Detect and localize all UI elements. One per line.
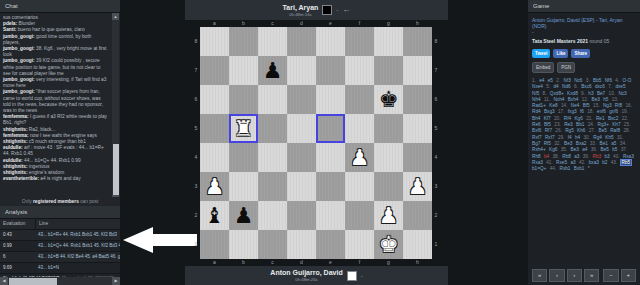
square-a4 [200,143,229,172]
analysis-header: Analysis [0,206,120,219]
move[interactable]: Rg4 [593,135,602,140]
chat-message: femfemma: I guess if a3 Rf2 white needs … [3,114,108,126]
current-move[interactable]: Rb5 [621,160,632,165]
white-pawn-h3: ♟ [408,172,428,201]
nav-last-button[interactable]: » [584,269,599,282]
black-pawn-c7: ♟ [263,56,283,85]
move[interactable]: a3 [570,160,575,165]
chat-scrollbar-thumb[interactable] [113,144,119,195]
square-e4 [316,143,345,172]
chess-board: ♟♚♜♟♟♟♝♟♟♚ [200,27,432,259]
chat-footer-pre: Only [22,199,33,204]
chat-scrollbar[interactable]: ▲ ▼ [112,13,119,202]
move-number: 36. [591,147,598,152]
file-label-h: h [403,259,432,266]
move[interactable]: a4 [582,147,587,152]
square-a3: ♟ [200,172,229,201]
move[interactable]: f4 [568,135,572,140]
move-number: 31. [617,135,624,140]
move[interactable]: Raf8 [610,128,620,133]
chat-message: jumbo_googi: 38. Kg6 , very bright move … [3,46,108,58]
square-d7 [287,56,316,85]
game-header: Game [528,0,640,13]
nav-prev-button[interactable]: ‹ [549,269,564,282]
square-b8 [229,27,258,56]
chat-footer-post: can post [79,199,98,204]
scroll-up-icon[interactable]: ▲ [112,13,119,20]
analysis-scrollbar-thumb[interactable] [9,278,57,285]
move[interactable]: Rxe5 [556,160,567,165]
move[interactable]: O-O [623,78,632,83]
move[interactable]: dxc6 [595,84,605,89]
move-navigation: «‹›»−+ [532,269,636,282]
square-h1 [403,230,432,259]
move[interactable]: Bxf6 [532,128,541,133]
file-label-c: c [258,20,287,27]
evaluation-column-header: Evaluation [0,219,36,229]
move[interactable]: Bg7 [532,141,540,146]
move-number: 21. [586,116,593,121]
move[interactable]: Ng3 [603,103,612,108]
event-name: Tata Steel Masters 2021 round 05 [532,38,636,45]
square-f6 [345,85,374,114]
move-number: 41. [546,160,553,165]
nav-next-button[interactable]: › [567,269,582,282]
square-b4 [229,143,258,172]
square-a8 [200,27,229,56]
pgn-button[interactable]: PGN [557,62,575,73]
move[interactable]: Rad1+ [532,103,546,108]
board-column: Tari, Aryan 0h:48m:16s - ← abcdefgh 8765… [185,0,448,285]
chat-header: Chat [0,0,120,13]
square-g3 [374,172,403,201]
move[interactable]: fxg3 [568,109,577,114]
move-number: 1. [532,78,536,83]
square-h7 [403,56,432,85]
chat-message: evantheterrible: a4 is night and day [3,176,108,182]
move-number: 4. [615,78,619,83]
rank-label-3: 3 [432,172,440,201]
square-g2: ♟ [374,201,403,230]
square-c6 [258,85,287,114]
rank-label-7: 7 [432,56,440,85]
move[interactable]: b5 [612,147,617,152]
move[interactable]: exf6 [597,109,606,114]
move[interactable]: e4 [539,78,544,83]
move[interactable]: d4 [554,84,559,89]
move-number: 44. [550,166,557,171]
square-a6 [200,85,229,114]
square-g6: ♚ [374,85,403,114]
move[interactable]: b3 [605,154,610,159]
nav-first-button[interactable]: « [532,269,547,282]
rank-label-5: 5 [192,114,200,143]
move[interactable]: Be3 [592,97,600,102]
move-number: 8. [543,91,547,96]
move-number: 15. [593,103,600,108]
move[interactable]: Rxf7 [532,135,542,140]
back-arrow-icon[interactable]: ← [342,5,350,15]
square-c7: ♟ [258,56,287,85]
bottom-player-name: Anton Guijarro, David [270,269,342,277]
white-pawn-f4: ♟ [350,143,370,172]
square-b2: ♟ [229,201,258,230]
move[interactable]: Rd4 [532,109,541,114]
black-pawn-b2: ♟ [234,201,254,230]
square-b6 [229,85,258,114]
square-a2: ♝ [200,201,229,230]
analysis-row[interactable]: 643... b1=B 44. Kf2 Be4 45. a4 Bad5 46. … [0,252,120,263]
move-number: 32. [554,141,561,146]
move-number: 17. [558,109,565,114]
move[interactable]: Nf5 [532,91,539,96]
analysis-scrollbar[interactable]: ◀ ▶ [0,277,120,285]
move[interactable]: Ke8 [549,103,557,108]
square-f3 [345,172,374,201]
move[interactable]: b4 [544,154,549,159]
square-b7 [229,56,258,85]
file-label-g: g [374,20,403,27]
bottom-result-dash: - [361,273,363,279]
move[interactable]: Rh8 [532,154,541,159]
like-button[interactable]: Like [553,49,568,58]
move-number: 43. [611,160,618,165]
move[interactable]: bxa3 [589,160,599,165]
move[interactable]: h4 [575,135,580,140]
move[interactable]: b2 [602,160,607,165]
move[interactable]: b1=Q+ [532,166,546,171]
rank-label-5: 5 [432,114,440,143]
square-g4 [374,143,403,172]
rank-label-4: 4 [192,143,200,172]
square-d5 [287,114,316,143]
square-g8 [374,27,403,56]
square-a7 [200,56,229,85]
move[interactable]: Rxf7 [545,135,555,140]
engine-line-moves: 43... b1=R+ 44. Rxb1 Bxb1 45. Kf2 Bd3 [35,230,117,240]
move-number: 2. [556,78,560,83]
move[interactable]: Nc6 [574,78,582,83]
move-number: 25. [624,122,631,127]
square-d8 [287,27,316,56]
white-pawn-g2: ♟ [379,201,399,230]
chat-panel: Chat sus comentariospdela: BlunderSanti:… [0,0,120,206]
square-b1 [229,230,258,259]
move[interactable]: Bxb1 [574,166,585,171]
move[interactable]: Re1 [596,116,605,121]
share-button[interactable]: Share [571,49,590,58]
evaluation-value: 0.43 [0,230,35,240]
result-marker: * [588,166,590,171]
move[interactable]: Rxa3 [623,154,634,159]
evaluation-value: 9.69 [0,263,35,273]
file-label-h: h [403,20,432,27]
move[interactable]: Rb8 [562,154,571,159]
evaluation-value: 6 [0,252,35,262]
black-color-icon [322,5,332,15]
square-d4 [287,143,316,172]
square-f1 [345,230,374,259]
move[interactable]: Nxh4 [553,97,564,102]
square-c3 [258,172,287,201]
black-king-g6: ♚ [379,85,399,114]
move[interactable]: Nh4 [532,97,541,102]
move-number: 27. [589,128,596,133]
analysis-panel: Analysis Evaluation Line 0.4343... b1=R+… [0,206,120,285]
analysis-row[interactable]: 9.6943... b1=N [0,263,120,274]
move[interactable]: Rf7 [545,128,552,133]
move-number: 35. [561,147,568,152]
move[interactable]: Nxe4 [532,84,543,89]
square-g5 [374,114,403,143]
move-number: 42. [579,160,586,165]
top-player-bar: Tari, Aryan 0h:48m:16s - ← [185,0,448,20]
file-label-b: b [229,259,258,266]
file-label-a: a [200,259,229,266]
top-player-clock: 0h:48m:16s [289,12,311,17]
move-number: 37. [621,147,628,152]
move-number: 22. [622,116,629,121]
move[interactable]: Rg3+ [598,122,609,127]
move[interactable]: Bb1 [576,122,584,127]
move-number: 12. [582,97,589,102]
square-e7 [316,56,345,85]
file-label-f: f [345,20,374,27]
square-e6 [316,85,345,114]
square-c5 [258,114,287,143]
move[interactable]: Nf6 [605,78,612,83]
move[interactable]: Kf7 [544,116,551,121]
game-result: - [532,29,636,36]
move[interactable]: f6 [580,109,584,114]
square-g1: ♚ [374,230,403,259]
move-number: 14. [561,103,568,108]
square-a1 [200,230,229,259]
analysis-column-headers: Evaluation Line [0,219,120,230]
square-e2 [316,201,345,230]
square-h8 [403,27,432,56]
rank-label-8: 8 [432,27,440,56]
move[interactable]: h5 [603,97,608,102]
rank-label-2: 2 [192,201,200,230]
game-panel: Game Anton Guijarro, David (ESP) - Tari,… [528,0,640,285]
move[interactable]: Bxg3 [544,109,555,114]
analysis-row[interactable]: 0.9943... b1=Q+ 44. Rxb1 Bxb1 45. Kf2 Bd… [0,241,120,252]
move[interactable]: Kh5 [605,135,613,140]
chat-footer: Only registered members can post [0,197,120,206]
line-column-header: Line [36,219,48,229]
move[interactable]: Be5 [599,128,607,133]
rank-label-4: 4 [432,143,440,172]
square-e5 [316,114,345,143]
nav-plus-button[interactable]: + [621,269,636,282]
move[interactable]: Rf8 [615,103,622,108]
move[interactable]: Qxd8+ [550,91,564,96]
move-number: 16. [625,103,632,108]
move[interactable]: gxf6 [609,109,618,114]
square-f5 [345,114,374,143]
square-e3 [316,172,345,201]
move-number: 24. [588,122,595,127]
square-h6 [403,85,432,114]
move[interactable]: a5 [611,141,616,146]
square-e1 [316,230,345,259]
rank-labels-left: 87654321 [192,27,200,259]
rank-label-3: 3 [192,172,200,201]
move-number: 10. [609,91,616,96]
move-number: 11. [544,97,550,102]
square-d1 [287,230,316,259]
move[interactable]: Bf5 [544,122,551,127]
move[interactable]: Ne4 [571,103,580,108]
square-a5 [200,114,229,143]
move[interactable]: Nc3 [618,91,626,96]
rank-label-1: 1 [432,230,440,259]
move[interactable]: Nd6 [562,84,571,89]
file-labels-top: abcdefgh [192,20,440,27]
square-b3 [229,172,258,201]
move-number: 38. [552,154,559,159]
chat-footer-strong: registered members [33,199,79,204]
rank-label-6: 6 [192,85,200,114]
evaluation-value: 0.99 [0,241,35,251]
move[interactable]: Rb3 [593,154,602,159]
move-number: 3. [586,78,590,83]
move[interactable]: dxe5 [615,84,625,89]
square-f7 [345,56,374,85]
move[interactable]: Rf4 [564,116,571,121]
scroll-right-icon[interactable]: ▶ [112,277,120,285]
white-color-icon [347,271,357,281]
move[interactable]: Rg5 [565,128,574,133]
rank-label-2: 2 [432,201,440,230]
move[interactable]: Be3 [564,141,572,146]
move-number: 19. [621,109,628,114]
move[interactable]: e5 [548,78,553,83]
move-number: 18. [587,109,594,114]
file-label-b: b [229,20,258,27]
left-column: Chat sus comentariospdela: BlunderSanti:… [0,0,120,285]
square-f2 [345,201,374,230]
move[interactable]: Kh7 [612,122,620,127]
move[interactable]: Kxd8 [567,91,578,96]
move-number: 30. [584,135,591,140]
embed-button[interactable]: Embed [532,62,554,73]
file-label-d: d [287,259,316,266]
file-label-g: g [374,259,403,266]
analysis-row[interactable]: 0.4343... b1=R+ 44. Rxb1 Bxb1 45. Kf2 Bd… [0,230,120,241]
rank-labels-right: 87654321 [432,27,440,259]
rank-label-7: 7 [192,56,200,85]
bottom-player-bar: Anton Guijarro, David 0h:48m:26s - [185,266,448,285]
move[interactable]: Be5 [601,147,609,152]
white-pawn-a3: ♟ [205,172,225,201]
bottom-player-clock: 0h:48m:26s [295,277,317,282]
move[interactable]: Bxa2 [576,141,587,146]
top-result-dash: - [336,7,338,13]
move[interactable]: Be7 [597,91,605,96]
move[interactable]: Bb5 [593,78,601,83]
round-label: round 05 [588,38,609,44]
move-number: 13. [612,97,619,102]
move[interactable]: h3 [588,91,593,96]
square-d2 [287,201,316,230]
square-h3: ♟ [403,172,432,201]
square-e8 [316,27,345,56]
move[interactable]: Bxc6 [581,84,591,89]
chat-message: jumbo_googi: good time control, by both … [3,34,108,46]
square-c1 [258,230,287,259]
move[interactable]: Be1 [600,141,608,146]
game-title-link[interactable]: Anton Guijarro, David (ESP) - Tari, Arya… [532,17,636,29]
move-number: 29. [558,135,565,140]
square-f4: ♟ [345,143,374,172]
move-number: 28. [623,128,630,133]
scroll-left-icon[interactable]: ◀ [0,277,8,285]
move-number: 7. [608,84,612,89]
move-number: 5. [546,84,550,89]
white-rook-b5: ♜ [234,114,254,143]
rank-label-8: 8 [192,27,200,56]
move-number: 34. [620,141,627,146]
move-list: 1. e4 e5 2. Nf3 Nc6 3. Bb5 Nf6 4. O-O Nx… [532,78,636,172]
move[interactable]: Kg6 [574,116,582,121]
chat-message: jumbo_googi: 39 Kf2 could possibly , sec… [3,58,108,77]
file-label-c: c [258,259,287,266]
move[interactable]: Kh6 [577,128,585,133]
nav-minus-button[interactable]: − [603,269,618,282]
black-bishop-a2: ♝ [205,201,225,230]
move[interactable]: a3 [574,154,579,159]
move-number: 33. [590,141,597,146]
engine-line-moves: 43... b1=B 44. Kf2 Be4 45. a4 Bad5 46. g [35,252,120,262]
square-b5: ♜ [229,114,258,143]
move[interactable]: Rxh4+ [532,147,546,152]
analysis-rows: 0.4343... b1=R+ 44. Rxb1 Bxb1 45. Kf2 Bd… [0,230,120,274]
move-number: 20. [554,116,561,121]
move[interactable]: Rf5 [544,141,551,146]
chat-message: jumbo_googi: very interesting, if Tari w… [3,77,108,89]
move[interactable]: Bf5 [583,103,590,108]
chat-message: euldulle: arf : move 43 : SF evals : 44.… [3,145,108,157]
move[interactable]: Rxa3 [532,160,543,165]
square-d3 [287,172,316,201]
move-number: 39. [583,154,590,159]
file-label-a: a [200,20,229,27]
move[interactable]: Kg6 [549,147,557,152]
file-labels-bottom: abcdefgh [192,259,440,266]
move[interactable]: Bxc2 [608,116,618,121]
move[interactable]: Be3 [571,147,579,152]
move[interactable]: Bxh4 [568,97,579,102]
square-c8 [258,27,287,56]
file-label-d: d [287,20,316,27]
square-h5 [403,114,432,143]
move[interactable]: Rxb1 [560,166,571,171]
move[interactable]: Nf3 [564,78,571,83]
top-player-name: Tari, Aryan [283,4,319,12]
move[interactable]: Bh4 [532,116,540,121]
tweet-button[interactable]: Tweet [532,49,550,58]
square-g7 [374,56,403,85]
move-number: 40. [613,154,620,159]
rank-label-1: 1 [192,230,200,259]
chat-message: jumbo_googi: "that soccer players from I… [3,89,108,114]
square-c4 [258,143,287,172]
move[interactable]: Re6 [532,122,541,127]
white-king-g1: ♚ [379,230,399,259]
move[interactable]: Re3 [564,122,573,127]
